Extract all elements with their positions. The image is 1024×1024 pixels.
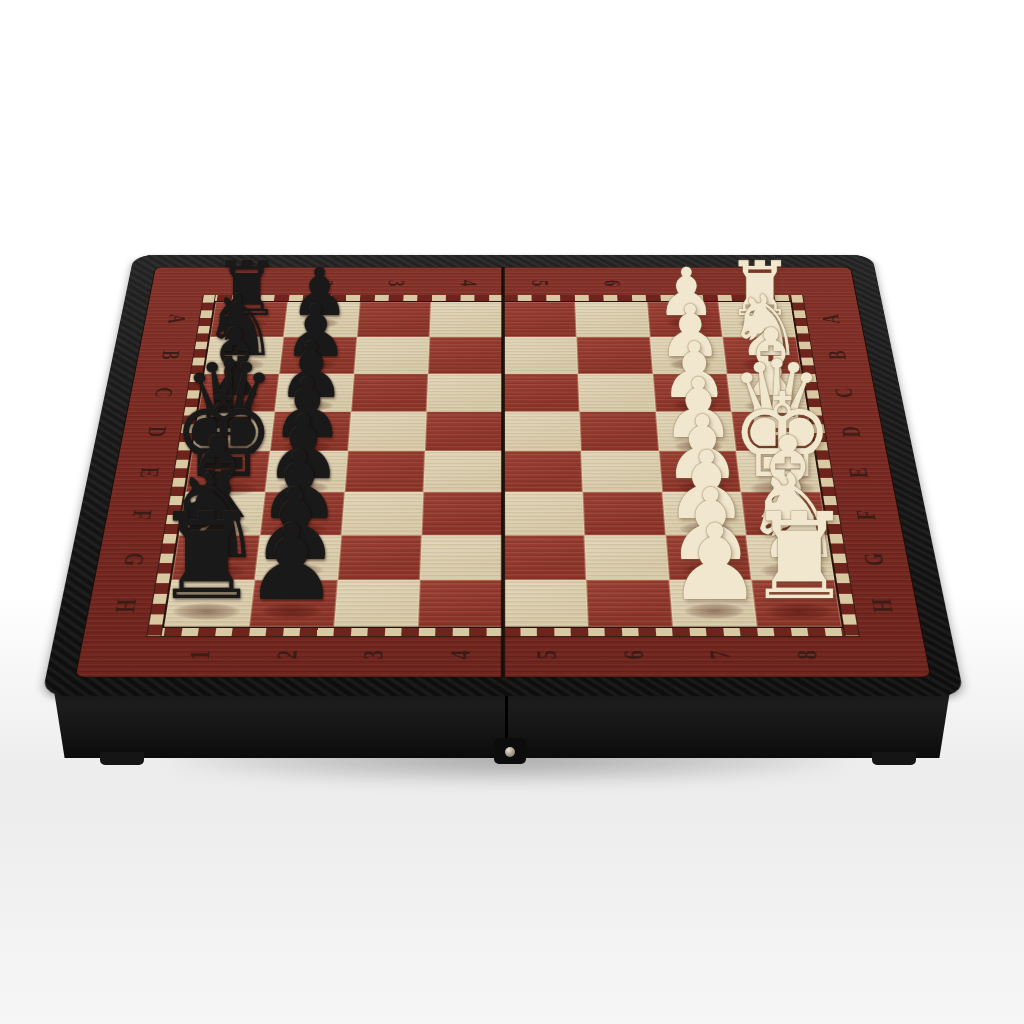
file-label-left-b: B [155,350,185,359]
square-f8 [741,492,827,535]
file-label-right-b: B [823,350,853,359]
rank-label-bottom-5: 5 [531,650,564,659]
square-g4 [420,535,503,580]
square-c7 [652,374,731,412]
square-a6 [575,302,650,337]
square-h7 [669,580,757,627]
rank-label-bottom-7: 7 [704,650,738,659]
square-c5 [503,374,579,412]
board-border-panel: 1122334455667788AABBCCDDEEFFGGHH [75,267,932,677]
file-label-left-d: D [141,426,173,437]
square-c8 [727,374,808,412]
square-a5 [503,302,576,337]
case-foot-left [100,752,144,765]
square-a7 [647,302,723,337]
square-d2 [270,412,351,451]
square-g3 [337,535,422,580]
square-g1 [172,535,260,580]
file-label-right-g: G [857,553,891,566]
file-label-left-e: E [133,467,165,477]
file-label-left-g: G [117,553,151,566]
rank-label-top-8: 8 [741,280,769,286]
square-d8 [732,412,814,451]
square-a4 [430,302,503,337]
square-g7 [665,535,751,580]
rank-label-top-6: 6 [598,280,626,286]
square-e1 [185,451,269,492]
square-f3 [341,492,424,535]
square-h4 [418,580,503,627]
file-label-left-h: H [108,599,143,613]
square-c4 [427,374,503,412]
product-photo-scene: 1122334455667788AABBCCDDEEFFGGHH ♜♟♟♜♞♟♟… [0,0,1024,1024]
file-label-right-a: A [816,314,846,323]
hinge-pin-icon [505,747,515,757]
square-c3 [351,374,429,412]
square-e8 [736,451,820,492]
square-f6 [582,492,665,535]
square-b8 [723,337,802,373]
rank-label-bottom-2: 2 [270,650,304,659]
board-fold-seam [501,267,505,676]
square-a8 [719,302,796,337]
rank-label-bottom-6: 6 [617,650,651,659]
square-b1 [204,337,283,373]
square-b2 [279,337,357,373]
square-f4 [422,492,503,535]
square-h8 [752,580,842,627]
square-e6 [581,451,662,492]
square-h3 [334,580,421,627]
rank-label-top-7: 7 [669,280,697,286]
rank-label-top-5: 5 [526,280,554,286]
square-h1 [164,580,254,627]
rank-label-top-1: 1 [239,280,267,286]
square-e5 [503,451,582,492]
file-label-right-e: E [843,467,875,477]
square-e7 [659,451,742,492]
square-d3 [348,412,427,451]
square-e2 [265,451,348,492]
square-e3 [344,451,425,492]
rank-label-bottom-1: 1 [184,650,218,659]
square-b3 [354,337,430,373]
square-b4 [428,337,503,373]
case-foot-right [872,752,916,765]
square-f1 [179,492,265,535]
square-d4 [425,412,503,451]
square-b6 [576,337,652,373]
square-d7 [655,412,736,451]
square-a1 [210,302,287,337]
file-label-left-a: A [162,314,192,323]
square-h6 [586,580,673,627]
square-f2 [260,492,344,535]
square-d6 [579,412,658,451]
square-d1 [192,412,274,451]
square-g5 [503,535,586,580]
square-a3 [357,302,432,337]
rank-label-top-2: 2 [310,280,338,286]
square-e4 [424,451,503,492]
square-f7 [662,492,746,535]
square-b5 [503,337,578,373]
square-g6 [584,535,669,580]
rank-label-top-4: 4 [454,280,482,286]
rank-label-bottom-4: 4 [444,650,477,659]
square-h5 [503,580,588,627]
rank-label-top-3: 3 [382,280,410,286]
square-h2 [249,580,337,627]
square-g2 [254,535,340,580]
square-f5 [503,492,584,535]
chess-board: 1122334455667788AABBCCDDEEFFGGHH [42,255,965,696]
file-label-right-h: H [865,599,900,613]
file-label-right-d: D [836,426,868,437]
square-c1 [198,374,279,412]
square-d5 [503,412,581,451]
square-c2 [274,374,353,412]
square-c6 [578,374,656,412]
square-a2 [283,302,359,337]
square-g8 [746,535,834,580]
file-label-right-f: F [850,510,883,520]
file-label-left-c: C [148,387,179,397]
rank-label-bottom-3: 3 [357,650,391,659]
hinge [494,738,526,764]
square-b7 [649,337,727,373]
file-label-right-c: C [829,387,860,397]
file-label-left-f: F [125,510,158,520]
rank-label-bottom-8: 8 [790,650,824,659]
